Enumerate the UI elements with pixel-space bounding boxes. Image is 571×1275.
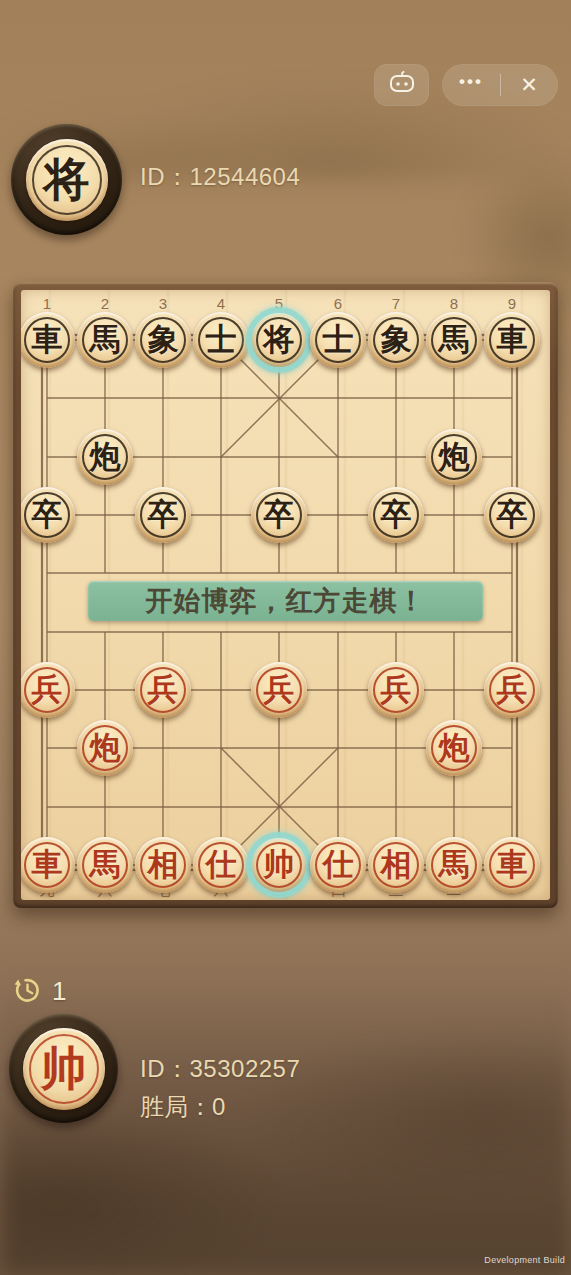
piece-象[interactable]: 象: [368, 312, 424, 368]
piece-卒[interactable]: 卒: [135, 487, 191, 543]
piece-車[interactable]: 車: [484, 837, 540, 893]
piece-卒[interactable]: 卒: [251, 487, 307, 543]
piece-character: 象: [381, 324, 412, 355]
piece-character: 馬: [90, 849, 121, 880]
piece-character: 兵: [32, 674, 63, 705]
xiangqi-board-frame: 123456789九八七六五四三二一 开始博弈，红方走棋！ 車馬象士将士象馬車炮…: [13, 282, 558, 908]
piece-character: 相: [148, 849, 179, 880]
piece-character: 車: [32, 324, 63, 355]
piece-馬[interactable]: 馬: [426, 837, 482, 893]
piece-character: 馬: [90, 324, 121, 355]
piece-車[interactable]: 車: [21, 312, 75, 368]
piece-character: 士: [206, 324, 237, 355]
piece-馬[interactable]: 馬: [77, 837, 133, 893]
piece-character: 炮: [439, 732, 470, 763]
history-clock-icon: [12, 974, 43, 1009]
piece-character: 士: [323, 324, 354, 355]
piece-character: 炮: [90, 732, 121, 763]
piece-character: 車: [497, 849, 528, 880]
piece-将[interactable]: 将: [251, 312, 307, 368]
gamepad-button[interactable]: [374, 64, 429, 106]
piece-卒[interactable]: 卒: [368, 487, 424, 543]
piece-仕[interactable]: 仕: [193, 837, 249, 893]
piece-兵[interactable]: 兵: [135, 662, 191, 718]
piece-character: 馬: [439, 324, 470, 355]
xiangqi-board[interactable]: 123456789九八七六五四三二一 开始博弈，红方走棋！ 車馬象士将士象馬車炮…: [21, 290, 550, 900]
piece-character: 卒: [32, 499, 63, 530]
avatar-piece-character: 帅: [41, 1046, 87, 1092]
close-button[interactable]: ✕: [500, 64, 558, 106]
piece-士[interactable]: 士: [310, 312, 366, 368]
piece-車[interactable]: 車: [21, 837, 75, 893]
piece-車[interactable]: 車: [484, 312, 540, 368]
black-general-avatar-piece: 将: [26, 139, 108, 221]
piece-character: 将: [264, 324, 295, 355]
piece-character: 卒: [381, 499, 412, 530]
piece-炮[interactable]: 炮: [426, 720, 482, 776]
piece-士[interactable]: 士: [193, 312, 249, 368]
capsule-divider: [500, 74, 501, 96]
piece-卒[interactable]: 卒: [484, 487, 540, 543]
piece-character: 炮: [90, 441, 121, 472]
piece-炮[interactable]: 炮: [77, 429, 133, 485]
piece-卒[interactable]: 卒: [21, 487, 75, 543]
piece-馬[interactable]: 馬: [77, 312, 133, 368]
piece-兵[interactable]: 兵: [368, 662, 424, 718]
undo-button[interactable]: 1: [12, 974, 66, 1009]
piece-相[interactable]: 相: [368, 837, 424, 893]
player-avatar: 帅: [9, 1014, 118, 1123]
more-button[interactable]: •••: [442, 61, 500, 110]
piece-character: 仕: [323, 849, 354, 880]
piece-character: 馬: [439, 849, 470, 880]
piece-character: 仕: [206, 849, 237, 880]
undo-count: 1: [52, 976, 66, 1007]
piece-character: 象: [148, 324, 179, 355]
xiangqi-game-screen: ••• ✕ 将 ID：12544604 123456789九八七六五四三二一 开…: [0, 0, 571, 1275]
piece-character: 炮: [439, 441, 470, 472]
player-id-text: ID：35302257: [140, 1053, 300, 1085]
piece-character: 兵: [148, 674, 179, 705]
piece-character: 卒: [497, 499, 528, 530]
piece-兵[interactable]: 兵: [251, 662, 307, 718]
piece-character: 兵: [264, 674, 295, 705]
piece-兵[interactable]: 兵: [21, 662, 75, 718]
piece-仕[interactable]: 仕: [310, 837, 366, 893]
piece-兵[interactable]: 兵: [484, 662, 540, 718]
red-general-avatar-piece: 帅: [23, 1028, 105, 1110]
piece-character: 兵: [497, 674, 528, 705]
opponent-avatar: 将: [11, 124, 122, 235]
piece-layer: 車馬象士将士象馬車炮炮卒卒卒卒卒兵兵兵兵兵炮炮車馬相仕帅仕相馬車: [21, 290, 550, 900]
piece-character: 車: [32, 849, 63, 880]
opponent-id-text: ID：12544604: [140, 161, 300, 193]
piece-相[interactable]: 相: [135, 837, 191, 893]
piece-炮[interactable]: 炮: [426, 429, 482, 485]
piece-象[interactable]: 象: [135, 312, 191, 368]
piece-炮[interactable]: 炮: [77, 720, 133, 776]
development-build-watermark: Development Build: [484, 1255, 565, 1265]
capsule-menu: ••• ✕: [442, 64, 558, 106]
piece-character: 車: [497, 324, 528, 355]
piece-character: 卒: [264, 499, 295, 530]
piece-帅[interactable]: 帅: [251, 837, 307, 893]
piece-character: 卒: [148, 499, 179, 530]
piece-馬[interactable]: 馬: [426, 312, 482, 368]
player-wins-text: 胜局：0: [140, 1091, 225, 1123]
piece-character: 帅: [264, 849, 295, 880]
gamepad-icon: [387, 69, 417, 101]
avatar-piece-character: 将: [44, 157, 90, 203]
piece-character: 相: [381, 849, 412, 880]
piece-character: 兵: [381, 674, 412, 705]
